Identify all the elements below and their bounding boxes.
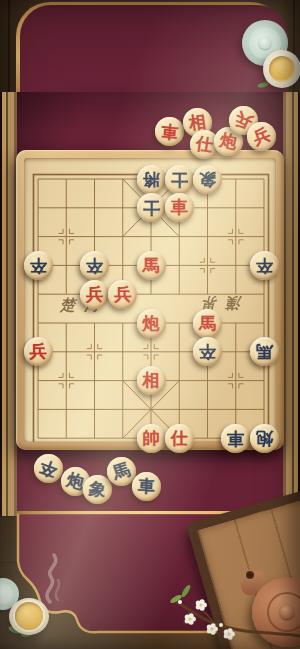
teapot-spout-hole <box>246 571 254 579</box>
banner-ribbon-right <box>283 92 300 516</box>
wall-plank-seam <box>8 0 10 92</box>
gaiwan-knob <box>259 37 271 49</box>
river-label-left: 楚河 <box>60 296 108 315</box>
banner-ribbon-left <box>0 92 17 516</box>
xiangqi-game-scene: 楚河 漢界 將士象士車卒卒馬卒兵兵炮馬兵卒馬相帥仕車炮 車相仕炮兵兵 卒炮象馬車 <box>0 0 300 649</box>
teacup-tea-bottomleft <box>15 602 43 630</box>
teapot-knob <box>280 605 294 619</box>
teacup-tea-topright <box>269 56 295 82</box>
board <box>16 150 284 450</box>
river-label-right: 漢界 <box>194 293 242 312</box>
